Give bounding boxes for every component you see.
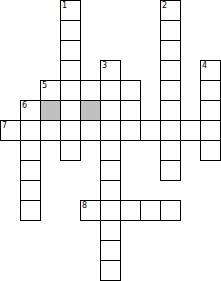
cell-r3-c3[interactable]: [60, 60, 81, 81]
cell-r1-c8[interactable]: [160, 20, 181, 41]
cell-r1-c3[interactable]: [60, 20, 81, 41]
cell-r6-c7[interactable]: [140, 120, 161, 141]
clue-number-3: 3: [102, 61, 107, 70]
cell-r12-c5[interactable]: [100, 240, 121, 261]
shaded-cell-r5-c2[interactable]: [40, 100, 61, 121]
cell-r8-c5[interactable]: [100, 160, 121, 181]
cell-r6-c9[interactable]: [180, 120, 201, 141]
cell-r5-c6[interactable]: [120, 100, 141, 121]
cell-r0-c8[interactable]: 2: [160, 0, 181, 21]
cell-r10-c7[interactable]: [140, 200, 161, 221]
crossword-board: 12345678: [0, 0, 221, 281]
cell-r6-c0[interactable]: 7: [0, 120, 21, 141]
cell-r10-c6[interactable]: [120, 200, 141, 221]
cell-r11-c5[interactable]: [100, 220, 121, 241]
cell-r7-c5[interactable]: [100, 140, 121, 161]
cell-r4-c10[interactable]: [200, 80, 221, 101]
cell-r5-c8[interactable]: [160, 100, 181, 121]
cell-r6-c10[interactable]: [200, 120, 221, 141]
cell-r13-c5[interactable]: [100, 260, 121, 281]
crossword-page: 12345678: [0, 0, 221, 281]
shaded-cell-r5-c4[interactable]: [80, 100, 101, 121]
cell-r4-c5[interactable]: [100, 80, 121, 101]
cell-r9-c1[interactable]: [20, 180, 41, 201]
cell-r8-c1[interactable]: [20, 160, 41, 181]
clue-number-2: 2: [162, 1, 167, 10]
cell-r5-c5[interactable]: [100, 100, 121, 121]
cell-r6-c2[interactable]: [40, 120, 61, 141]
cell-r5-c1[interactable]: 6: [20, 100, 41, 121]
cell-r10-c4[interactable]: 8: [80, 200, 101, 221]
clue-number-7: 7: [2, 121, 7, 130]
cell-r7-c3[interactable]: [60, 140, 81, 161]
cell-r10-c5[interactable]: [100, 200, 121, 221]
clue-number-8: 8: [82, 201, 87, 210]
cell-r6-c6[interactable]: [120, 120, 141, 141]
cell-r6-c4[interactable]: [80, 120, 101, 141]
cell-r5-c3[interactable]: [60, 100, 81, 121]
cell-r3-c10[interactable]: 4: [200, 60, 221, 81]
cell-r8-c8[interactable]: [160, 160, 181, 181]
cell-r10-c1[interactable]: [20, 200, 41, 221]
cell-r2-c3[interactable]: [60, 40, 81, 61]
cell-r7-c1[interactable]: [20, 140, 41, 161]
cell-r6-c8[interactable]: [160, 120, 181, 141]
cell-r0-c3[interactable]: 1: [60, 0, 81, 21]
cell-r2-c8[interactable]: [160, 40, 181, 61]
cell-r5-c10[interactable]: [200, 100, 221, 121]
clue-number-5: 5: [42, 81, 47, 90]
clue-number-6: 6: [22, 101, 27, 110]
cell-r10-c8[interactable]: [160, 200, 181, 221]
clue-number-1: 1: [62, 1, 67, 10]
cell-r4-c2[interactable]: 5: [40, 80, 61, 101]
cell-r7-c10[interactable]: [200, 140, 221, 161]
cell-r4-c6[interactable]: [120, 80, 141, 101]
cell-r4-c8[interactable]: [160, 80, 181, 101]
cell-r6-c1[interactable]: [20, 120, 41, 141]
clue-number-4: 4: [202, 61, 207, 70]
cell-r4-c3[interactable]: [60, 80, 81, 101]
cell-r9-c5[interactable]: [100, 180, 121, 201]
cell-r6-c3[interactable]: [60, 120, 81, 141]
cell-r4-c4[interactable]: [80, 80, 101, 101]
cell-r6-c5[interactable]: [100, 120, 121, 141]
cell-r3-c5[interactable]: 3: [100, 60, 121, 81]
cell-r3-c8[interactable]: [160, 60, 181, 81]
cell-r7-c8[interactable]: [160, 140, 181, 161]
